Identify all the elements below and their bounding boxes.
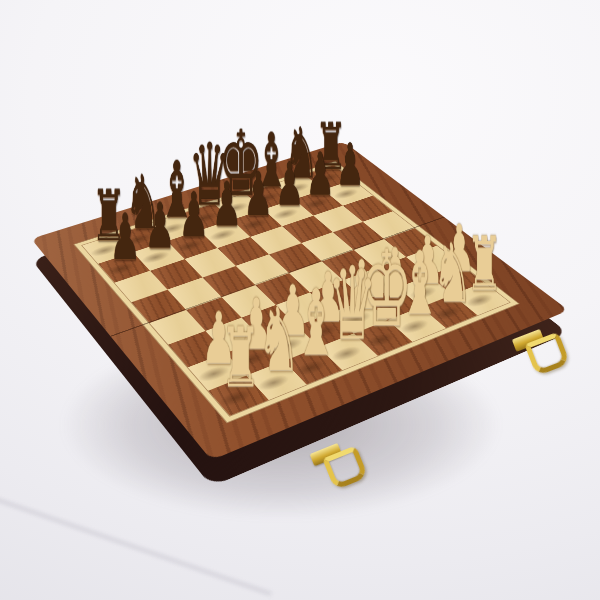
square-a7: ♟	[98, 252, 150, 282]
perspective-scene: ♜♞♝♛♚♝♞♜♟♟♟♟♟♟♟♟♟♟♟♟♟♟♟♟♜♞♝♛♚♝♞♜	[0, 0, 600, 600]
piece-black-pawn: ♟	[178, 184, 209, 246]
piece-white-rook: ♜	[221, 316, 262, 398]
piece-black-pawn: ♟	[211, 174, 241, 235]
piece-black-pawn: ♟	[275, 154, 304, 214]
square-c6	[184, 248, 236, 278]
piece-black-pawn: ♟	[335, 136, 364, 194]
piece-black-pawn: ♟	[145, 195, 176, 258]
piece-black-pawn: ♟	[306, 145, 335, 204]
chess-board: ♜♞♝♛♚♝♞♜♟♟♟♟♟♟♟♟♟♟♟♟♟♟♟♟♜♞♝♛♚♝♞♜	[31, 142, 568, 461]
piece-black-pawn: ♟	[110, 205, 141, 269]
piece-white-knight: ♞	[257, 295, 300, 383]
board-frame: ♜♞♝♛♚♝♞♜♟♟♟♟♟♟♟♟♟♟♟♟♟♟♟♟♜♞♝♛♚♝♞♜	[31, 142, 568, 461]
piece-black-pawn: ♟	[244, 164, 274, 224]
product-photo-stage: ♜♞♝♛♚♝♞♜♟♟♟♟♟♟♟♟♟♟♟♟♟♟♟♟♜♞♝♛♚♝♞♜	[0, 0, 600, 600]
